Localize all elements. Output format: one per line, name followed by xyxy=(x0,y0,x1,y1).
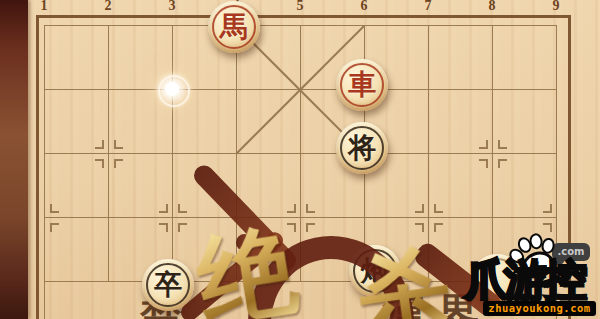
piece-glyph: 馬 xyxy=(208,1,260,53)
column-label-1: 1 xyxy=(41,0,48,14)
piece-glyph: 車 xyxy=(336,59,388,111)
board-cell[interactable] xyxy=(492,25,556,89)
piece-glyph: 炮 xyxy=(349,245,401,297)
column-label-8: 8 xyxy=(489,0,496,14)
board-cell[interactable] xyxy=(44,25,108,89)
column-label-9: 9 xyxy=(553,0,560,14)
column-label-3: 3 xyxy=(169,0,176,14)
column-label-7: 7 xyxy=(425,0,432,14)
board-cell[interactable] xyxy=(428,25,492,89)
column-label-2: 2 xyxy=(105,0,112,14)
piece-glyph: 将 xyxy=(336,122,388,174)
column-label-6: 6 xyxy=(361,0,368,14)
column-label-5: 5 xyxy=(297,0,304,14)
piece-black-cannon[interactable]: 炮 xyxy=(349,245,401,297)
river-left-edge-line xyxy=(44,282,45,319)
sparkle-core xyxy=(165,82,179,96)
piece-glyph: 卒 xyxy=(142,259,194,311)
site-logo: .com 爪游控 zhuayoukong.com xyxy=(460,234,600,319)
piece-black-general[interactable]: 将 xyxy=(336,122,388,174)
board-left-dark-edge xyxy=(0,0,28,319)
piece-red-horse[interactable]: 馬 xyxy=(208,1,260,53)
piece-red-chariot[interactable]: 車 xyxy=(336,59,388,111)
piece-black-soldier[interactable]: 卒 xyxy=(142,259,194,311)
xiangqi-game-screenshot: 123456789 馬車将卒炮 楚 漢 界 绝 杀 .com 爪游控 zhuay… xyxy=(0,0,600,319)
logo-site-url: zhuayoukong.com xyxy=(483,301,596,316)
logo-site-name: 爪游控 xyxy=(464,258,584,301)
